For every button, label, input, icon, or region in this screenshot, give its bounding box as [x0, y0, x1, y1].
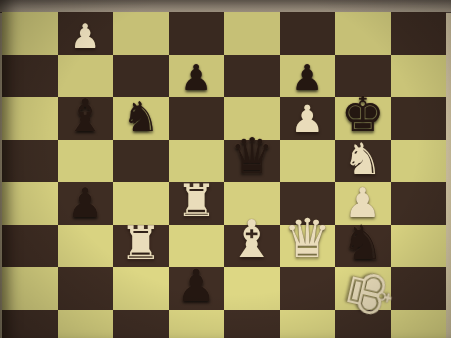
square-a2[interactable]: [2, 267, 58, 310]
square-c1[interactable]: [113, 310, 169, 338]
black-pawn-on-b4[interactable]: ♟: [46, 183, 124, 224]
square-f8[interactable]: [280, 12, 336, 55]
white-king-fallen-on-g2[interactable]: ♚: [332, 249, 406, 338]
square-g8[interactable]: [335, 12, 391, 55]
square-e8[interactable]: [224, 12, 280, 55]
square-h8[interactable]: [391, 12, 447, 55]
square-b5[interactable]: [58, 140, 114, 183]
square-a7[interactable]: [2, 55, 58, 98]
square-f1[interactable]: [280, 310, 336, 338]
square-a1[interactable]: [2, 310, 58, 338]
square-c5[interactable]: [113, 140, 169, 183]
chess-board-photo: ♟♟♟♝♞♟♚♛♞♟♜♟♜♝♛♞♟♚: [0, 0, 451, 338]
square-a5[interactable]: [2, 140, 58, 183]
square-b2[interactable]: [58, 267, 114, 310]
black-pawn-on-d2[interactable]: ♟: [157, 264, 235, 309]
square-e1[interactable]: [224, 310, 280, 338]
square-d8[interactable]: [169, 12, 225, 55]
white-rook-on-c3[interactable]: ♜: [102, 220, 180, 266]
black-king-on-g6[interactable]: ♚: [324, 90, 402, 139]
square-b1[interactable]: [58, 310, 114, 338]
white-pawn-on-b8[interactable]: ♟: [46, 20, 124, 54]
square-f2[interactable]: [280, 267, 336, 310]
black-queen-on-e5[interactable]: ♛: [213, 132, 291, 181]
square-d1[interactable]: [169, 310, 225, 338]
black-pawn-on-d7[interactable]: ♟: [157, 60, 235, 96]
square-a3[interactable]: [2, 225, 58, 268]
white-knight-on-g5[interactable]: ♞: [324, 138, 402, 181]
black-knight-on-c6[interactable]: ♞: [102, 97, 180, 138]
